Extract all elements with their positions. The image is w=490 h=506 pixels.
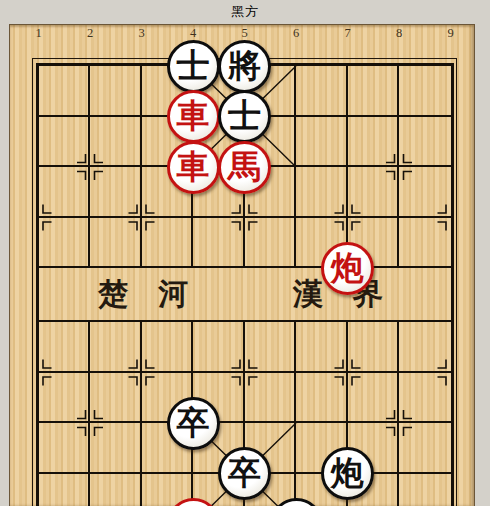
grid-cell [399,373,451,424]
grid-cell [39,322,91,373]
grid-cell [193,322,245,373]
river-text-chu-he: 楚 河 [98,278,188,310]
grid-cell [90,117,142,168]
grid-cell [245,322,297,373]
piece-red-horse[interactable]: 馬 [218,141,271,194]
grid-cell [348,322,400,373]
grid-cell [296,117,348,168]
grid-cell [296,322,348,373]
grid-cell [399,117,451,168]
grid-cell [296,373,348,424]
piece-red-cannon[interactable]: 炮 [321,242,374,295]
grid-cell [296,66,348,117]
piece-red-chariot[interactable]: 車 [167,141,220,194]
grid-cell [399,474,451,506]
grid-cell [39,66,91,117]
grid-cell [39,474,91,506]
grid-cell [90,218,142,269]
piece-black-advisor[interactable]: 士 [218,90,271,143]
grid-cell [399,423,451,474]
column-label-7: 7 [338,26,358,41]
piece-black-cannon[interactable]: 炮 [321,447,374,500]
grid-cell [245,218,297,269]
grid-cell [90,167,142,218]
column-label-1: 1 [29,26,49,41]
grid-cell [39,423,91,474]
grid-cell [296,167,348,218]
piece-glyph: 卒 [177,400,210,447]
grid-cell [90,322,142,373]
column-label-6: 6 [286,26,306,41]
grid-cell [39,373,91,424]
column-label-5: 5 [235,26,255,41]
column-label-8: 8 [389,26,409,41]
piece-glyph: 將 [228,43,261,90]
grid-cell [348,167,400,218]
grid-cell [399,218,451,269]
piece-black-soldier[interactable]: 卒 [218,447,271,500]
grid-cell [90,373,142,424]
piece-glyph: 車 [177,144,210,191]
grid-cell [348,117,400,168]
piece-glyph: 士 [177,43,210,90]
column-label-9: 9 [441,26,461,41]
grid-cell [399,322,451,373]
xiangqi-app: 黑方 123456789 楚 河 漢 界 士將車士車馬炮卒卒炮 [0,0,490,506]
grid-cell [39,167,91,218]
grid-cell [142,218,194,269]
piece-glyph: 士 [228,93,261,140]
grid-cell [39,117,91,168]
grid-cell [90,423,142,474]
piece-black-advisor[interactable]: 士 [167,40,220,93]
column-label-3: 3 [132,26,152,41]
piece-glyph: 馬 [228,144,261,191]
grid-cell [39,218,91,269]
grid-cell [399,66,451,117]
piece-black-soldier[interactable]: 卒 [167,397,220,450]
grid-cell [399,167,451,218]
grid-cell [142,322,194,373]
grid-cell [193,218,245,269]
piece-glyph: 炮 [331,245,364,292]
grid-cell [90,474,142,506]
column-label-2: 2 [80,26,100,41]
grid-cell [90,66,142,117]
grid-cell [348,66,400,117]
piece-black-general[interactable]: 將 [218,40,271,93]
piece-glyph: 卒 [228,450,261,497]
piece-glyph: 車 [177,93,210,140]
grid-cell [348,373,400,424]
piece-glyph: 炮 [331,450,364,497]
column-label-4: 4 [183,26,203,41]
grid-cell [245,373,297,424]
piece-red-chariot[interactable]: 車 [167,90,220,143]
black-side-label: 黑方 [0,3,490,21]
